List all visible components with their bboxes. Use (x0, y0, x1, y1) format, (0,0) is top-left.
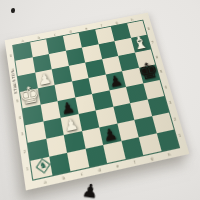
white-pawn-c3[interactable]: ♟ (63, 117, 80, 135)
coord-label: 4 (164, 84, 168, 89)
coord-label: b (62, 175, 66, 181)
coord-label: a (44, 179, 48, 185)
white-bishop-h7[interactable]: ♝ (130, 33, 150, 52)
chess-board: abcdefgh abcdefgh 87654321 87654321 STAU… (5, 13, 190, 191)
coord-label: 3 (20, 131, 23, 137)
coord-label: 1 (26, 166, 30, 172)
square-h1[interactable] (156, 130, 179, 152)
coord-label: 1 (178, 133, 182, 139)
white-king-a5[interactable]: ♚ (18, 83, 42, 109)
square-h7[interactable]: ♝ (131, 35, 151, 53)
square-a5[interactable]: ♚ (20, 88, 40, 108)
coord-label: 8 (9, 53, 12, 58)
black-captured-piece-offboard[interactable]: ♟ (81, 181, 99, 200)
black-king-h5[interactable]: ♚ (136, 59, 161, 84)
coord-label: c (80, 171, 83, 177)
coord-label: c (53, 32, 56, 37)
coord-label: 3 (168, 100, 172, 105)
coord-label: 2 (23, 148, 26, 154)
debris-speck (11, 8, 15, 13)
coord-label: 2 (173, 116, 177, 122)
coord-label: g (150, 155, 154, 161)
coord-label: 5 (16, 99, 19, 104)
knight-logo-icon: ♞ (39, 161, 48, 171)
knight-diamond-logo: ♞ (35, 157, 52, 175)
coord-label: e (85, 26, 88, 31)
coord-label: h (130, 17, 133, 22)
coord-label: b (37, 35, 40, 40)
black-pawn-e2[interactable]: ♟ (102, 126, 119, 144)
coord-label: 8 (147, 26, 151, 31)
scene: abcdefgh abcdefgh 87654321 87654321 STAU… (0, 0, 200, 200)
coord-label: f (133, 159, 136, 165)
coord-label: e (116, 163, 120, 169)
white-pawn-b6[interactable]: ♟ (37, 71, 53, 88)
coord-label: h (167, 151, 171, 157)
coord-label: a (21, 38, 24, 43)
coord-label: g (115, 20, 118, 25)
board-grid: ♝♟♚♟♚♟♟♟ ♞ (13, 21, 179, 180)
coord-label: f (100, 23, 102, 27)
square-h5[interactable]: ♚ (139, 64, 160, 83)
coord-label: 4 (18, 115, 21, 121)
coord-label: d (98, 167, 102, 173)
black-pawn-f5[interactable]: ♟ (108, 73, 124, 90)
coord-label: d (69, 29, 72, 34)
coord-label: 7 (151, 40, 155, 45)
